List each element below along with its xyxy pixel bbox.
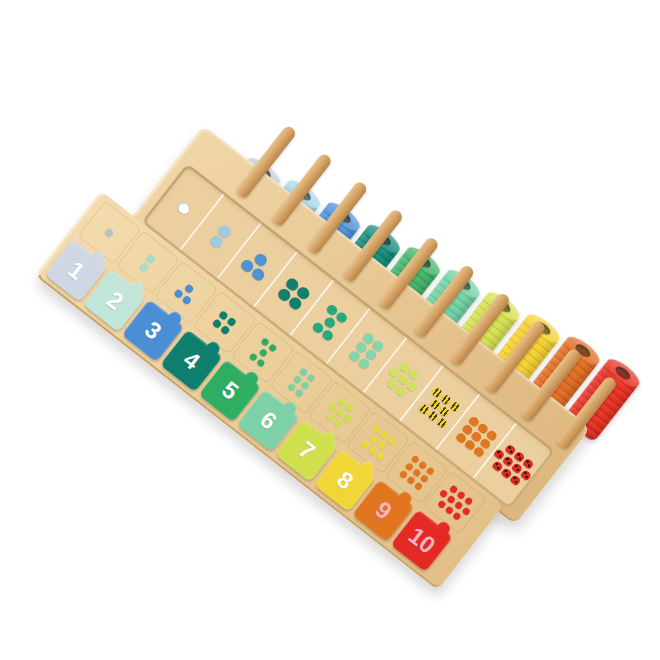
count-dot — [139, 261, 150, 272]
count-dot — [372, 424, 382, 434]
count-dot — [182, 294, 193, 305]
count-dot — [398, 469, 408, 479]
count-dot — [367, 445, 377, 455]
count-dot — [258, 348, 268, 358]
number-label: 10 — [404, 523, 439, 558]
bee-figure — [449, 400, 462, 413]
count-dot — [306, 373, 316, 383]
count-dot — [444, 505, 454, 515]
count-dot — [360, 439, 370, 449]
count-dot — [146, 253, 157, 264]
count-dot — [437, 499, 447, 509]
count-dot — [379, 430, 389, 440]
counting-toy: 12345678910 — [11, 19, 660, 631]
number-label: 1 — [64, 257, 89, 284]
snail-figure — [321, 328, 335, 342]
count-dot — [294, 388, 304, 398]
count-dot — [463, 496, 473, 506]
count-dot — [375, 451, 385, 461]
dot-row — [139, 261, 150, 272]
count-dot — [104, 227, 115, 238]
count-dot — [410, 454, 420, 464]
count-dot — [452, 511, 462, 521]
number-label: 8 — [333, 467, 358, 494]
dot-row — [184, 283, 195, 294]
turtle-figure — [406, 380, 419, 393]
count-dot — [461, 506, 471, 516]
count-dot — [448, 484, 458, 494]
count-dot — [387, 436, 397, 446]
dot-row — [258, 348, 268, 358]
bee-figure — [436, 417, 449, 430]
ladybug-figure — [520, 469, 533, 482]
count-dot — [413, 481, 423, 491]
animal-row — [176, 200, 193, 216]
count-dot — [342, 413, 352, 423]
number-label: 7 — [294, 437, 319, 464]
count-dot — [220, 324, 231, 335]
count-dot — [418, 460, 428, 470]
number-label: 2 — [102, 287, 127, 314]
count-dot — [327, 402, 337, 412]
number-label: 9 — [371, 497, 396, 524]
count-dot — [404, 462, 414, 472]
number-label: 5 — [217, 377, 242, 404]
dot-row — [146, 253, 157, 264]
number-label: 4 — [179, 347, 204, 374]
count-dot — [300, 381, 310, 391]
count-dot — [412, 468, 422, 478]
count-dot — [425, 466, 435, 476]
product-photo-scene: 12345678910 — [0, 0, 660, 660]
count-dot — [419, 473, 429, 483]
dot-row — [104, 227, 115, 238]
number-label: 6 — [256, 407, 281, 434]
count-dot — [184, 283, 195, 294]
count-dot — [268, 343, 278, 353]
count-dot — [345, 403, 355, 413]
count-dot — [377, 441, 387, 451]
count-dot — [333, 418, 343, 428]
count-dot — [335, 408, 345, 418]
count-dot — [406, 475, 416, 485]
number-label: 3 — [141, 317, 166, 344]
count-dot — [456, 490, 466, 500]
dove-figure — [176, 200, 193, 216]
count-dot — [256, 358, 266, 368]
count-dot — [226, 316, 237, 327]
